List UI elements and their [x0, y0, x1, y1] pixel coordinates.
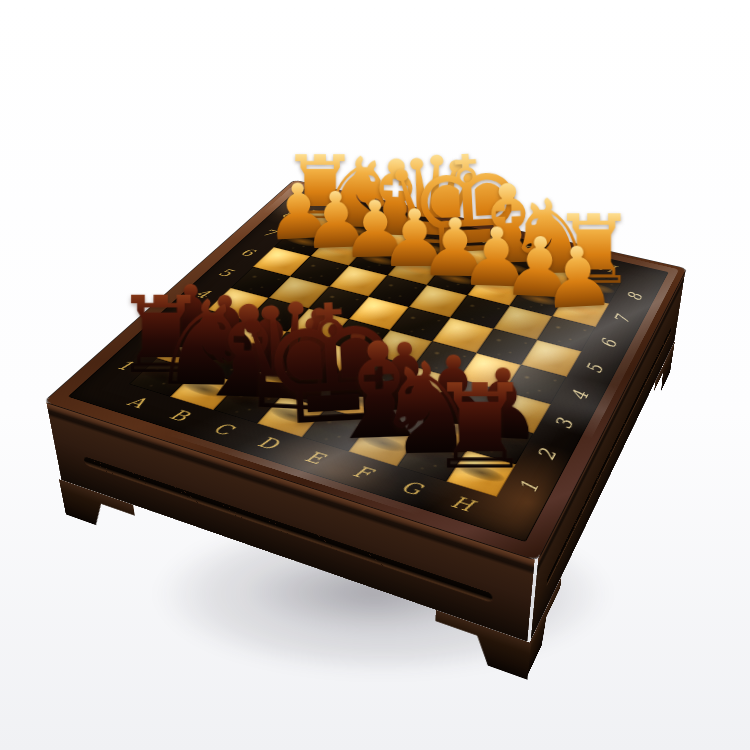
chess-board: AA11BB22CC33DD44EE55FF66GG77HH88 ♜♞♝♛♚♝♞…	[44, 180, 686, 560]
product-photo-scene: AA11BB22CC33DD44EE55FF66GG77HH88 ♜♞♝♛♚♝♞…	[0, 0, 750, 750]
box-foot-west	[59, 479, 139, 540]
box-foot-east	[651, 340, 676, 413]
perspective-scene: AA11BB22CC33DD44EE55FF66GG77HH88 ♜♞♝♛♚♝♞…	[0, 0, 750, 750]
piece-dark-rook: ♜	[398, 380, 562, 476]
box-foot-south	[435, 610, 531, 680]
